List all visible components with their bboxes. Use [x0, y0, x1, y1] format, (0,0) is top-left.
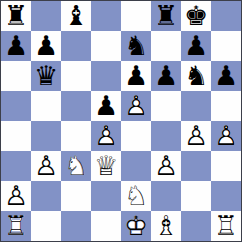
square-d4[interactable]: ♟♙ — [91, 121, 121, 151]
white-pawn[interactable]: ♟♙ — [121, 91, 151, 121]
square-b1[interactable] — [31, 211, 61, 241]
square-a3[interactable] — [1, 151, 31, 181]
square-h1[interactable]: ♜♖ — [211, 211, 241, 241]
piece-outline: ♘ — [121, 181, 151, 211]
square-h6[interactable]: ♟ — [211, 61, 241, 91]
piece-body: ♜ — [151, 1, 181, 31]
piece-body: ♞ — [121, 31, 151, 61]
piece-body: ♟ — [151, 61, 181, 91]
piece-outline: ♙ — [211, 121, 241, 151]
piece-outline: ♙ — [91, 121, 121, 151]
square-a2[interactable]: ♟♙ — [1, 181, 31, 211]
piece-outline: ♙ — [31, 151, 61, 181]
square-b8[interactable] — [31, 1, 61, 31]
square-c2[interactable] — [61, 181, 91, 211]
piece-body: ♟ — [121, 61, 151, 91]
piece-body: ♜ — [1, 1, 31, 31]
square-h8[interactable] — [211, 1, 241, 31]
square-a4[interactable] — [1, 121, 31, 151]
piece-outline: ♘ — [61, 151, 91, 181]
square-a6[interactable] — [1, 61, 31, 91]
square-e2[interactable]: ♞♘ — [121, 181, 151, 211]
piece-outline: ♙ — [1, 181, 31, 211]
black-bishop[interactable]: ♝ — [61, 1, 91, 31]
square-a7[interactable]: ♟ — [1, 31, 31, 61]
square-g5[interactable] — [181, 91, 211, 121]
square-f1[interactable]: ♝♗ — [151, 211, 181, 241]
square-a1[interactable]: ♜♖ — [1, 211, 31, 241]
piece-body: ♟ — [91, 91, 121, 121]
square-d8[interactable] — [91, 1, 121, 31]
white-pawn[interactable]: ♟♙ — [1, 181, 31, 211]
square-f8[interactable]: ♜ — [151, 1, 181, 31]
white-pawn[interactable]: ♟♙ — [151, 151, 181, 181]
square-f5[interactable] — [151, 91, 181, 121]
piece-body: ♟ — [31, 31, 61, 61]
piece-outline: ♙ — [151, 151, 181, 181]
square-e7[interactable]: ♞ — [121, 31, 151, 61]
square-e5[interactable]: ♟♙ — [121, 91, 151, 121]
white-pawn[interactable]: ♟♙ — [91, 121, 121, 151]
square-h3[interactable] — [211, 151, 241, 181]
square-b6[interactable]: ♛ — [31, 61, 61, 91]
square-c6[interactable] — [61, 61, 91, 91]
square-e1[interactable]: ♚♔ — [121, 211, 151, 241]
white-rook[interactable]: ♜♖ — [211, 211, 241, 241]
square-b2[interactable] — [31, 181, 61, 211]
square-g3[interactable] — [181, 151, 211, 181]
square-b5[interactable] — [31, 91, 61, 121]
square-f4[interactable] — [151, 121, 181, 151]
square-g2[interactable] — [181, 181, 211, 211]
square-g6[interactable]: ♞ — [181, 61, 211, 91]
square-f3[interactable]: ♟♙ — [151, 151, 181, 181]
black-knight[interactable]: ♞ — [181, 61, 211, 91]
square-d3[interactable]: ♛♕ — [91, 151, 121, 181]
square-f7[interactable] — [151, 31, 181, 61]
square-e6[interactable]: ♟ — [121, 61, 151, 91]
square-b3[interactable]: ♟♙ — [31, 151, 61, 181]
black-king[interactable]: ♚ — [181, 1, 211, 31]
piece-outline: ♙ — [121, 91, 151, 121]
white-rook[interactable]: ♜♖ — [1, 211, 31, 241]
square-f6[interactable]: ♟ — [151, 61, 181, 91]
square-h5[interactable] — [211, 91, 241, 121]
chess-board: ♜♝♜♚♟♟♞♟♛♟♟♞♟♟♟♙♟♙♟♙♟♙♟♙♞♘♛♕♟♙♟♙♞♘♜♖♚♔♝♗… — [0, 0, 242, 242]
black-pawn[interactable]: ♟ — [151, 61, 181, 91]
white-knight[interactable]: ♞♘ — [121, 181, 151, 211]
square-c8[interactable]: ♝ — [61, 1, 91, 31]
square-h2[interactable] — [211, 181, 241, 211]
piece-body: ♛ — [31, 61, 61, 91]
black-rook[interactable]: ♜ — [151, 1, 181, 31]
square-e8[interactable] — [121, 1, 151, 31]
white-king[interactable]: ♚♔ — [121, 211, 151, 241]
square-d2[interactable] — [91, 181, 121, 211]
black-pawn[interactable]: ♟ — [31, 31, 61, 61]
piece-outline: ♔ — [121, 211, 151, 241]
black-queen[interactable]: ♛ — [31, 61, 61, 91]
square-d5[interactable]: ♟ — [91, 91, 121, 121]
square-c5[interactable] — [61, 91, 91, 121]
piece-body: ♟ — [1, 31, 31, 61]
black-pawn[interactable]: ♟ — [91, 91, 121, 121]
square-d1[interactable] — [91, 211, 121, 241]
black-pawn[interactable]: ♟ — [211, 61, 241, 91]
piece-body: ♟ — [211, 61, 241, 91]
white-pawn[interactable]: ♟♙ — [181, 121, 211, 151]
square-b7[interactable]: ♟ — [31, 31, 61, 61]
square-g4[interactable]: ♟♙ — [181, 121, 211, 151]
black-knight[interactable]: ♞ — [121, 31, 151, 61]
white-queen[interactable]: ♛♕ — [91, 151, 121, 181]
piece-body: ♟ — [181, 31, 211, 61]
square-c4[interactable] — [61, 121, 91, 151]
piece-body: ♝ — [61, 1, 91, 31]
square-b4[interactable] — [31, 121, 61, 151]
square-a8[interactable]: ♜ — [1, 1, 31, 31]
square-c1[interactable] — [61, 211, 91, 241]
piece-body: ♚ — [181, 1, 211, 31]
white-pawn[interactable]: ♟♙ — [31, 151, 61, 181]
black-pawn[interactable]: ♟ — [121, 61, 151, 91]
square-g1[interactable] — [181, 211, 211, 241]
piece-outline: ♖ — [211, 211, 241, 241]
square-h4[interactable]: ♟♙ — [211, 121, 241, 151]
black-rook[interactable]: ♜ — [1, 1, 31, 31]
square-e3[interactable] — [121, 151, 151, 181]
piece-outline: ♖ — [1, 211, 31, 241]
square-g7[interactable]: ♟ — [181, 31, 211, 61]
square-c3[interactable]: ♞♘ — [61, 151, 91, 181]
piece-outline: ♗ — [151, 211, 181, 241]
square-h7[interactable] — [211, 31, 241, 61]
piece-outline: ♙ — [181, 121, 211, 151]
piece-body: ♞ — [181, 61, 211, 91]
white-pawn[interactable]: ♟♙ — [211, 121, 241, 151]
square-a5[interactable] — [1, 91, 31, 121]
square-e4[interactable] — [121, 121, 151, 151]
square-d7[interactable] — [91, 31, 121, 61]
white-knight[interactable]: ♞♘ — [61, 151, 91, 181]
square-g8[interactable]: ♚ — [181, 1, 211, 31]
square-c7[interactable] — [61, 31, 91, 61]
square-d6[interactable] — [91, 61, 121, 91]
white-bishop[interactable]: ♝♗ — [151, 211, 181, 241]
black-pawn[interactable]: ♟ — [181, 31, 211, 61]
square-f2[interactable] — [151, 181, 181, 211]
black-pawn[interactable]: ♟ — [1, 31, 31, 61]
piece-outline: ♕ — [91, 151, 121, 181]
